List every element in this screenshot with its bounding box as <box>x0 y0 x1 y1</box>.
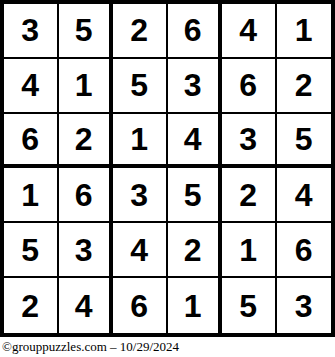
sudoku-cell-r1c6: 1 <box>277 4 332 59</box>
sudoku-cell-r2c4: 3 <box>168 59 223 114</box>
sudoku-board: 352641415362621435163524534216246153 <box>0 0 335 337</box>
sudoku-cell-r4c5: 2 <box>222 168 277 223</box>
copyright-footer: ©grouppuzzles.com – 10/29/2024 <box>2 339 179 355</box>
sudoku-cell-r5c3: 4 <box>113 223 168 278</box>
sudoku-cell-r2c5: 6 <box>222 59 277 114</box>
sudoku-cell-r3c5: 3 <box>222 114 277 169</box>
sudoku-cell-r1c3: 2 <box>113 4 168 59</box>
sudoku-cell-r3c1: 6 <box>4 114 59 169</box>
sudoku-cell-r2c2: 1 <box>59 59 114 114</box>
sudoku-cell-r1c2: 5 <box>59 4 114 59</box>
sudoku-cell-r6c2: 4 <box>59 278 114 333</box>
sudoku-cell-r4c6: 4 <box>277 168 332 223</box>
sudoku-cell-r5c1: 5 <box>4 223 59 278</box>
sudoku-cell-r2c3: 5 <box>113 59 168 114</box>
sudoku-cell-r6c4: 1 <box>168 278 223 333</box>
sudoku-cell-r6c6: 3 <box>277 278 332 333</box>
sudoku-cell-r3c2: 2 <box>59 114 114 169</box>
sudoku-cell-r6c3: 6 <box>113 278 168 333</box>
sudoku-cell-r5c5: 1 <box>222 223 277 278</box>
sudoku-cell-r4c3: 3 <box>113 168 168 223</box>
sudoku-cell-r2c6: 2 <box>277 59 332 114</box>
sudoku-cell-r1c4: 6 <box>168 4 223 59</box>
sudoku-cell-r4c2: 6 <box>59 168 114 223</box>
sudoku-cell-r5c6: 6 <box>277 223 332 278</box>
sudoku-cell-r3c3: 1 <box>113 114 168 169</box>
sudoku-cell-r1c1: 3 <box>4 4 59 59</box>
sudoku-cell-r4c1: 1 <box>4 168 59 223</box>
sudoku-cell-r2c1: 4 <box>4 59 59 114</box>
sudoku-cell-r1c5: 4 <box>222 4 277 59</box>
sudoku-cell-r4c4: 5 <box>168 168 223 223</box>
sudoku-cell-r3c4: 4 <box>168 114 223 169</box>
sudoku-cell-r5c4: 2 <box>168 223 223 278</box>
sudoku-cell-r6c5: 5 <box>222 278 277 333</box>
sudoku-cell-r5c2: 3 <box>59 223 114 278</box>
sudoku-cell-r6c1: 2 <box>4 278 59 333</box>
sudoku-cell-r3c6: 5 <box>277 114 332 169</box>
